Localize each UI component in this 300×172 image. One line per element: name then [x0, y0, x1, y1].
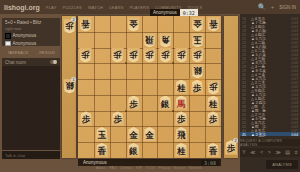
- nav-item-players[interactable]: Players: [129, 5, 149, 10]
- sente-hand-tray[interactable]: 歩2: [224, 16, 238, 158]
- game-meta-line2: right now: [5, 26, 57, 31]
- footer-link-about[interactable]: About: [96, 166, 105, 170]
- footer-link-network[interactable]: Network: [189, 166, 202, 170]
- piece-金-sente[interactable]: 金: [127, 127, 140, 142]
- piece-歩-sente[interactable]: 歩: [191, 80, 204, 95]
- gote-icon: [5, 41, 11, 47]
- piece-角-gote[interactable]: 角: [159, 33, 172, 48]
- control-icon-0[interactable]: Y: [242, 150, 245, 155]
- search-icon[interactable]: 🔍: [258, 4, 266, 10]
- footer-link-faq[interactable]: FAQ: [109, 166, 116, 170]
- piece-歩-gote[interactable]: 歩: [175, 48, 188, 63]
- gote-hand-tray[interactable]: 歩2銀1: [62, 16, 76, 158]
- takeback-button[interactable]: Takeback: [7, 50, 28, 55]
- gote-plate: Anonymous 0:32: [150, 9, 198, 16]
- piece-歩-sente[interactable]: 歩: [111, 111, 124, 126]
- footer-link-contact[interactable]: Contact: [120, 166, 132, 170]
- footer-link-kif[interactable]: KIF: [136, 166, 141, 170]
- player-row-sente[interactable]: Anonymous: [5, 33, 57, 39]
- piece-飛-gote[interactable]: 飛: [143, 33, 156, 48]
- footer-link-privacy[interactable]: Privacy: [159, 166, 170, 170]
- piece-歩-sente[interactable]: 歩: [127, 96, 140, 111]
- site-logo[interactable]: lishogi.org: [4, 4, 40, 11]
- control-icon-5[interactable]: ▤: [285, 150, 290, 155]
- gote-plate-name: Anonymous: [150, 9, 180, 16]
- piece-歩-gote[interactable]: 歩: [159, 48, 172, 63]
- lishogi-round-page: lishogi.org PlayPuzzlesWatchLearnPlayers…: [0, 0, 300, 172]
- chat-panel: Chat room: [2, 58, 60, 150]
- piece-銀-gote[interactable]: 銀: [191, 64, 204, 79]
- sente-name: Anonymous: [13, 33, 37, 38]
- sign-in-link[interactable]: SIGN IN: [279, 5, 296, 10]
- piece-玉-gote[interactable]: 玉: [191, 33, 204, 48]
- move-row[interactable]: 45▲２五歩0:04: [240, 132, 300, 136]
- piece-歩-gote[interactable]: 歩: [207, 80, 220, 95]
- player-row-gote[interactable]: Anonymous: [5, 41, 57, 47]
- hand-count-badge: 2: [233, 138, 238, 143]
- piece-香-sente[interactable]: 香: [207, 143, 220, 158]
- move-list[interactable]: 16△８五歩0:0217▲７七角0:0318△３四歩0:0119▲６八銀0:02…: [240, 16, 300, 137]
- piece-歩-gote[interactable]: 歩: [191, 48, 204, 63]
- piece-歩-sente[interactable]: 歩: [79, 111, 92, 126]
- piece-桂-sente[interactable]: 桂: [175, 143, 188, 158]
- game-action-buttons: Takeback Resign: [2, 48, 60, 56]
- nav-item-learn[interactable]: Learn: [109, 5, 123, 10]
- footer-link-source[interactable]: Source: [174, 166, 185, 170]
- piece-歩-gote[interactable]: 歩: [127, 48, 140, 63]
- gote-name: Anonymous: [13, 41, 37, 46]
- piece-香-gote[interactable]: 香: [207, 17, 220, 32]
- piece-歩-gote[interactable]: 歩: [79, 48, 92, 63]
- piece-歩-gote[interactable]: 歩: [111, 48, 124, 63]
- control-icon-6[interactable]: ≡: [295, 150, 298, 155]
- piece-歩-sente[interactable]: 歩: [207, 111, 220, 126]
- piece-馬-sente[interactable]: 馬: [175, 96, 188, 111]
- control-icon-2[interactable]: <: [260, 150, 263, 155]
- piece-桂-sente[interactable]: 桂: [175, 80, 188, 95]
- chat-title: Chat room: [5, 60, 26, 65]
- sente-icon: [5, 33, 11, 39]
- piece-香-sente[interactable]: 香: [95, 143, 108, 158]
- hand-count-badge: 2: [71, 17, 76, 22]
- shogi-board[interactable]: 香金金香飛角玉歩歩歩歩歩歩歩銀桂歩歩歩銀馬桂歩歩歩歩玉金金飛香銀桂香: [78, 16, 221, 158]
- piece-金-gote[interactable]: 金: [191, 17, 204, 32]
- piece-金-sente[interactable]: 金: [143, 127, 156, 142]
- replay-controls: Y≪<>≫▤≡: [240, 148, 300, 157]
- piece-玉-sente[interactable]: 玉: [95, 127, 108, 142]
- computer-analysis-request[interactable]: Request a computer analysis: [240, 139, 300, 146]
- piece-銀-sente[interactable]: 銀: [159, 96, 172, 111]
- move-list-sidebar: 5+0 • Rated • Blitz Anonymous vs Anonymo…: [240, 0, 300, 172]
- piece-銀-sente[interactable]: 銀: [127, 143, 140, 158]
- game-meta-line1: 5+0 • Rated • Blitz: [5, 20, 57, 25]
- gote-clock: 0:32: [180, 9, 198, 16]
- piece-桂-sente[interactable]: 桂: [207, 96, 220, 111]
- chat-placeholder: Talk in chat: [5, 153, 25, 158]
- nav-item-puzzles[interactable]: Puzzles: [63, 5, 82, 10]
- sente-plate: Anonymous 3:08: [78, 159, 221, 166]
- sente-clock: 3:08: [201, 160, 219, 166]
- footer-links: AboutFAQContactKIFT.O.SPrivacySourceNetw…: [60, 166, 238, 170]
- piece-飛-sente[interactable]: 飛: [175, 127, 188, 142]
- game-meta-panel: 5+0 • Rated • Blitz right now Anonymous …: [2, 18, 60, 46]
- header-right: 🔍 + SIGN IN: [258, 4, 296, 10]
- chat-input[interactable]: Talk in chat: [2, 151, 60, 159]
- nav-item-watch[interactable]: Watch: [88, 5, 103, 10]
- piece-歩-sente[interactable]: 歩: [175, 111, 188, 126]
- control-icon-3[interactable]: >: [268, 150, 271, 155]
- analysis-board-button[interactable]: Analysis: [266, 160, 298, 169]
- piece-香-gote[interactable]: 香: [79, 17, 92, 32]
- control-icon-4[interactable]: ≫: [275, 150, 280, 155]
- piece-金-gote[interactable]: 金: [127, 17, 140, 32]
- resign-button[interactable]: Resign: [39, 50, 54, 55]
- footer-link-t.o.s[interactable]: T.O.S: [146, 166, 155, 170]
- sente-plate-name: Anonymous: [80, 160, 110, 165]
- piece-歩-gote[interactable]: 歩: [143, 48, 156, 63]
- challenge-icon[interactable]: +: [271, 4, 275, 10]
- chat-toggle[interactable]: [50, 60, 57, 64]
- control-icon-1[interactable]: ≪: [250, 150, 255, 155]
- nav-item-play[interactable]: Play: [46, 5, 57, 10]
